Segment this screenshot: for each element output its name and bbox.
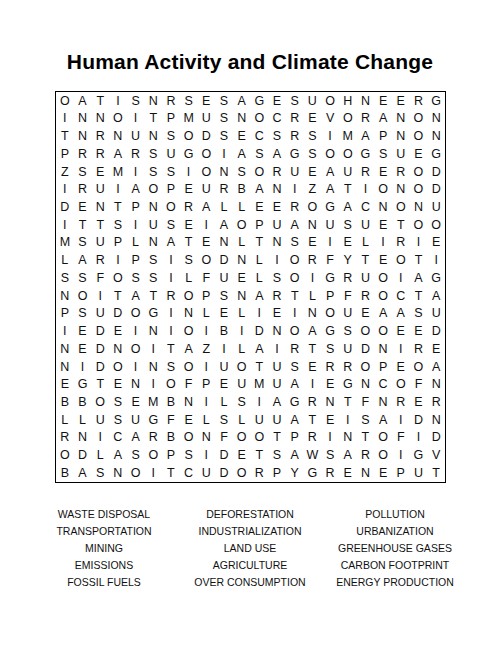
- grid-cell-r16c16: R: [321, 358, 339, 376]
- grid-cell-r21c3: L: [91, 447, 109, 465]
- grid-cell-r12c1: N: [56, 287, 74, 305]
- grid-cell-r3c6: N: [144, 127, 162, 145]
- grid-cell-r2c13: C: [268, 110, 286, 128]
- grid-cell-r16c1: N: [56, 358, 74, 376]
- grid-cell-r4c2: R: [74, 145, 92, 163]
- grid-cell-r12c12: A: [250, 287, 268, 305]
- grid-cell-r1c4: I: [109, 92, 127, 110]
- grid-cell-r7c3: N: [91, 198, 109, 216]
- grid-cell-r6c13: N: [268, 181, 286, 199]
- grid-cell-r5c12: O: [250, 163, 268, 181]
- grid-cell-r22c9: U: [197, 464, 215, 482]
- grid-cell-r3c9: D: [197, 127, 215, 145]
- grid-cell-r7c10: L: [215, 198, 233, 216]
- grid-cell-r13c21: S: [410, 305, 428, 323]
- grid-cell-r22c22: T: [427, 464, 445, 482]
- grid-cell-r13c19: A: [374, 305, 392, 323]
- grid-cell-r11c20: I: [392, 269, 410, 287]
- grid-cell-r19c4: S: [109, 411, 127, 429]
- grid-cell-r11c15: I: [304, 269, 322, 287]
- grid-cell-r21c18: R: [357, 447, 375, 465]
- grid-cell-r14c20: E: [392, 322, 410, 340]
- grid-cell-r10c10: D: [215, 252, 233, 270]
- grid-cell-r21c5: S: [127, 447, 145, 465]
- grid-cell-r13c8: N: [180, 305, 198, 323]
- grid-cell-r4c7: U: [162, 145, 180, 163]
- grid-cell-r1c18: N: [357, 92, 375, 110]
- word-item: GREENHOUSE GASES: [305, 540, 485, 557]
- grid-cell-r9c5: L: [127, 234, 145, 252]
- grid-cell-r3c3: R: [91, 127, 109, 145]
- grid-cell-r1c5: S: [127, 92, 145, 110]
- grid-cell-r12c18: R: [357, 287, 375, 305]
- grid-cell-r8c3: T: [91, 216, 109, 234]
- grid-cell-r13c17: U: [339, 305, 357, 323]
- grid-cell-r8c13: U: [268, 216, 286, 234]
- grid-cell-r21c15: W: [304, 447, 322, 465]
- grid-cell-r16c14: S: [286, 358, 304, 376]
- grid-cell-r10c18: T: [357, 252, 375, 270]
- grid-cell-r8c20: T: [392, 216, 410, 234]
- word-item: CARBON FOOTPRINT: [305, 557, 485, 574]
- grid-cell-r5c22: D: [427, 163, 445, 181]
- grid-cell-r21c22: V: [427, 447, 445, 465]
- grid-cell-r19c3: U: [91, 411, 109, 429]
- grid-cell-r8c1: I: [56, 216, 74, 234]
- grid-cell-r22c4: N: [109, 464, 127, 482]
- grid-cell-r13c22: U: [427, 305, 445, 323]
- grid-cell-r14c11: I: [233, 322, 251, 340]
- grid-cell-r4c21: E: [410, 145, 428, 163]
- grid-cell-r12c3: I: [91, 287, 109, 305]
- grid-cell-r16c7: S: [162, 358, 180, 376]
- grid-cell-r20c17: N: [339, 429, 357, 447]
- grid-cell-r20c14: P: [286, 429, 304, 447]
- grid-cell-r11c5: S: [127, 269, 145, 287]
- grid-cell-r4c11: A: [233, 145, 251, 163]
- grid-cell-r11c4: O: [109, 269, 127, 287]
- grid-cell-r13c11: L: [233, 305, 251, 323]
- grid-cell-r10c22: I: [427, 252, 445, 270]
- grid-cell-r22c20: P: [392, 464, 410, 482]
- grid-cell-r21c20: I: [392, 447, 410, 465]
- grid-cell-r4c12: S: [250, 145, 268, 163]
- grid-cell-r22c16: R: [321, 464, 339, 482]
- grid-cell-r4c9: O: [197, 145, 215, 163]
- grid-cell-r1c16: O: [321, 92, 339, 110]
- grid-cell-r4c3: R: [91, 145, 109, 163]
- grid-cell-r4c19: S: [374, 145, 392, 163]
- grid-cell-r8c16: U: [321, 216, 339, 234]
- grid-cell-r11c6: S: [144, 269, 162, 287]
- grid-cell-r13c18: E: [357, 305, 375, 323]
- grid-cell-r13c15: N: [304, 305, 322, 323]
- grid-cell-r22c11: O: [233, 464, 251, 482]
- grid-cell-r3c18: A: [357, 127, 375, 145]
- grid-cell-r18c10: L: [215, 393, 233, 411]
- grid-cell-r19c22: N: [427, 411, 445, 429]
- grid-cell-r3c16: I: [321, 127, 339, 145]
- grid-cell-r15c8: A: [180, 340, 198, 358]
- grid-cell-r9c22: E: [427, 234, 445, 252]
- grid-cell-r4c18: G: [357, 145, 375, 163]
- grid-cell-r6c10: R: [215, 181, 233, 199]
- grid-cell-r5c11: S: [233, 163, 251, 181]
- grid-cell-r10c15: R: [304, 252, 322, 270]
- grid-cell-r16c6: N: [144, 358, 162, 376]
- grid-cell-r1c3: T: [91, 92, 109, 110]
- grid-cell-r2c17: O: [339, 110, 357, 128]
- grid-cell-r5c4: M: [109, 163, 127, 181]
- grid-cell-r18c22: R: [427, 393, 445, 411]
- grid-cell-r1c7: R: [162, 92, 180, 110]
- grid-cell-r19c16: E: [321, 411, 339, 429]
- grid-cell-r19c1: L: [56, 411, 74, 429]
- grid-cell-r10c5: P: [127, 252, 145, 270]
- grid-cell-r15c4: N: [109, 340, 127, 358]
- grid-cell-r16c5: I: [127, 358, 145, 376]
- grid-cell-r4c14: G: [286, 145, 304, 163]
- grid-cell-r18c13: A: [268, 393, 286, 411]
- grid-cell-r20c20: F: [392, 429, 410, 447]
- grid-cell-r1c22: G: [427, 92, 445, 110]
- grid-cell-r5c13: R: [268, 163, 286, 181]
- grid-cell-r19c19: A: [374, 411, 392, 429]
- grid-cell-r11c8: L: [180, 269, 198, 287]
- grid-cell-r12c15: L: [304, 287, 322, 305]
- grid-cell-r1c2: A: [74, 92, 92, 110]
- grid-cell-r9c4: P: [109, 234, 127, 252]
- grid-cell-r7c7: O: [162, 198, 180, 216]
- grid-cell-r19c15: T: [304, 411, 322, 429]
- grid-cell-r21c13: S: [268, 447, 286, 465]
- grid-cell-r2c20: N: [392, 110, 410, 128]
- grid-cell-r17c5: N: [127, 376, 145, 394]
- grid-cell-r12c21: T: [410, 287, 428, 305]
- grid-cell-r11c22: G: [427, 269, 445, 287]
- grid-cell-r22c6: I: [144, 464, 162, 482]
- grid-cell-r14c3: D: [91, 322, 109, 340]
- grid-cell-r22c15: G: [304, 464, 322, 482]
- grid-cell-r12c16: P: [321, 287, 339, 305]
- grid-cell-r20c18: T: [357, 429, 375, 447]
- grid-cell-r20c7: B: [162, 429, 180, 447]
- grid-cell-r2c10: S: [215, 110, 233, 128]
- grid-cell-r22c14: Y: [286, 464, 304, 482]
- grid-cell-r13c20: A: [392, 305, 410, 323]
- grid-cell-r10c19: E: [374, 252, 392, 270]
- grid-cell-r12c20: C: [392, 287, 410, 305]
- grid-cell-r12c5: A: [127, 287, 145, 305]
- grid-cell-r13c6: G: [144, 305, 162, 323]
- grid-cell-r20c9: N: [197, 429, 215, 447]
- grid-cell-r2c8: M: [180, 110, 198, 128]
- grid-cell-r15c22: E: [427, 340, 445, 358]
- grid-cell-r13c14: I: [286, 305, 304, 323]
- grid-cell-r13c4: D: [109, 305, 127, 323]
- grid-cell-r10c14: O: [286, 252, 304, 270]
- grid-cell-r2c16: V: [321, 110, 339, 128]
- grid-cell-r8c14: A: [286, 216, 304, 234]
- grid-cell-r20c16: I: [321, 429, 339, 447]
- grid-cell-r18c19: N: [374, 393, 392, 411]
- grid-cell-r4c4: A: [109, 145, 127, 163]
- grid-cell-r17c20: O: [392, 376, 410, 394]
- grid-cell-r3c20: N: [392, 127, 410, 145]
- grid-cell-r8c2: T: [74, 216, 92, 234]
- grid-cell-r7c19: N: [374, 198, 392, 216]
- grid-cell-r18c9: I: [197, 393, 215, 411]
- grid-cell-r15c15: T: [304, 340, 322, 358]
- grid-cell-r10c3: R: [91, 252, 109, 270]
- grid-cell-r1c21: R: [410, 92, 428, 110]
- grid-cell-r2c21: O: [410, 110, 428, 128]
- grid-cell-r14c1: I: [56, 322, 74, 340]
- grid-cell-r1c11: A: [233, 92, 251, 110]
- grid-cell-r19c20: I: [392, 411, 410, 429]
- grid-cell-r20c1: R: [56, 429, 74, 447]
- grid-cell-r12c11: N: [233, 287, 251, 305]
- grid-cell-r9c7: A: [162, 234, 180, 252]
- grid-cell-r4c15: S: [304, 145, 322, 163]
- grid-cell-r19c21: D: [410, 411, 428, 429]
- grid-cell-r3c7: S: [162, 127, 180, 145]
- grid-cell-r22c21: U: [410, 464, 428, 482]
- grid-cell-r18c18: F: [357, 393, 375, 411]
- grid-cell-r4c8: G: [180, 145, 198, 163]
- grid-cell-r2c4: O: [109, 110, 127, 128]
- word-item: POLLUTION: [305, 506, 485, 523]
- grid-cell-r20c21: I: [410, 429, 428, 447]
- puzzle-title: Human Activity and Climate Change: [0, 50, 500, 74]
- grid-cell-r19c8: E: [180, 411, 198, 429]
- grid-cell-r20c19: O: [374, 429, 392, 447]
- grid-cell-r22c17: E: [339, 464, 357, 482]
- grid-cell-r8c11: O: [233, 216, 251, 234]
- grid-cell-r9c21: I: [410, 234, 428, 252]
- grid-cell-r4c17: O: [339, 145, 357, 163]
- grid-cell-r6c8: E: [180, 181, 198, 199]
- grid-cell-r5c10: N: [215, 163, 233, 181]
- grid-cell-r12c22: A: [427, 287, 445, 305]
- grid-cell-r14c14: O: [286, 322, 304, 340]
- grid-cell-r21c7: P: [162, 447, 180, 465]
- grid-cell-r21c4: A: [109, 447, 127, 465]
- grid-cell-r3c15: S: [304, 127, 322, 145]
- grid-cell-r16c15: E: [304, 358, 322, 376]
- grid-cell-r4c5: R: [127, 145, 145, 163]
- grid-cell-r17c16: E: [321, 376, 339, 394]
- grid-cell-r16c8: O: [180, 358, 198, 376]
- grid-cell-r8c12: P: [250, 216, 268, 234]
- grid-cell-r17c2: G: [74, 376, 92, 394]
- grid-cell-r19c5: U: [127, 411, 145, 429]
- grid-cell-r14c19: O: [374, 322, 392, 340]
- grid-cell-r2c3: N: [91, 110, 109, 128]
- grid-cell-r17c9: P: [197, 376, 215, 394]
- grid-cell-r19c9: L: [197, 411, 215, 429]
- grid-cell-r16c19: P: [374, 358, 392, 376]
- grid-cell-r19c7: F: [162, 411, 180, 429]
- grid-cell-r18c14: G: [286, 393, 304, 411]
- grid-cell-r16c20: E: [392, 358, 410, 376]
- grid-cell-r18c6: M: [144, 393, 162, 411]
- grid-cell-r22c19: E: [374, 464, 392, 482]
- grid-cell-r21c12: T: [250, 447, 268, 465]
- grid-cell-r5c15: E: [304, 163, 322, 181]
- grid-cell-r3c14: R: [286, 127, 304, 145]
- grid-cell-r22c8: C: [180, 464, 198, 482]
- grid-cell-r18c11: S: [233, 393, 251, 411]
- grid-cell-r17c11: U: [233, 376, 251, 394]
- grid-cell-r21c14: A: [286, 447, 304, 465]
- grid-cell-r5c14: U: [286, 163, 304, 181]
- grid-cell-r22c12: R: [250, 464, 268, 482]
- grid-cell-r11c18: U: [357, 269, 375, 287]
- grid-cell-r9c11: L: [233, 234, 251, 252]
- grid-cell-r17c14: A: [286, 376, 304, 394]
- grid-cell-r8c18: U: [357, 216, 375, 234]
- grid-cell-r22c7: T: [162, 464, 180, 482]
- grid-cell-r17c3: T: [91, 376, 109, 394]
- grid-cell-r19c6: G: [144, 411, 162, 429]
- grid-cell-r3c2: N: [74, 127, 92, 145]
- grid-cell-r1c20: E: [392, 92, 410, 110]
- grid-cell-r3c22: N: [427, 127, 445, 145]
- grid-cell-r2c22: N: [427, 110, 445, 128]
- grid-cell-r6c6: O: [144, 181, 162, 199]
- grid-cell-r22c10: D: [215, 464, 233, 482]
- grid-cell-r6c17: T: [339, 181, 357, 199]
- grid-cell-r12c9: P: [197, 287, 215, 305]
- grid-cell-r8c15: N: [304, 216, 322, 234]
- grid-cell-r8c4: S: [109, 216, 127, 234]
- grid-cell-r9c12: T: [250, 234, 268, 252]
- grid-cell-r18c3: O: [91, 393, 109, 411]
- grid-cell-r11c9: F: [197, 269, 215, 287]
- grid-cell-r18c5: E: [127, 393, 145, 411]
- grid-cell-r11c13: S: [268, 269, 286, 287]
- grid-cell-r10c16: F: [321, 252, 339, 270]
- grid-cell-r5c21: O: [410, 163, 428, 181]
- grid-cell-r8c21: O: [410, 216, 428, 234]
- grid-cell-r21c19: O: [374, 447, 392, 465]
- grid-cell-r20c15: R: [304, 429, 322, 447]
- grid-cell-r17c19: C: [374, 376, 392, 394]
- grid-cell-r22c3: S: [91, 464, 109, 482]
- grid-cell-r10c4: I: [109, 252, 127, 270]
- grid-cell-r2c14: R: [286, 110, 304, 128]
- grid-cell-r9c15: E: [304, 234, 322, 252]
- grid-cell-r10c2: A: [74, 252, 92, 270]
- grid-cell-r5c8: I: [180, 163, 198, 181]
- grid-cell-r9c2: S: [74, 234, 92, 252]
- grid-cell-r11c12: L: [250, 269, 268, 287]
- grid-cell-r19c14: A: [286, 411, 304, 429]
- grid-cell-r4c13: A: [268, 145, 286, 163]
- grid-cell-r18c2: B: [74, 393, 92, 411]
- grid-cell-r1c15: U: [304, 92, 322, 110]
- grid-cell-r19c12: U: [250, 411, 268, 429]
- grid-cell-r17c12: M: [250, 376, 268, 394]
- grid-cell-r9c3: U: [91, 234, 109, 252]
- grid-cell-r5c19: E: [374, 163, 392, 181]
- grid-cell-r17c1: E: [56, 376, 74, 394]
- grid-cell-r19c10: S: [215, 411, 233, 429]
- grid-cell-r6c7: P: [162, 181, 180, 199]
- grid-cell-r9c20: R: [392, 234, 410, 252]
- grid-cell-r12c19: O: [374, 287, 392, 305]
- grid-cell-r7c6: N: [144, 198, 162, 216]
- word-list: WASTE DISPOSALTRANSPORTATIONMININGEMISSI…: [0, 506, 500, 596]
- grid-cell-r1c8: S: [180, 92, 198, 110]
- word-list-column-3: POLLUTIONURBANIZATIONGREENHOUSE GASESCAR…: [305, 506, 485, 591]
- grid-cell-r8c7: S: [162, 216, 180, 234]
- grid-cell-r5c18: R: [357, 163, 375, 181]
- grid-cell-r1c6: N: [144, 92, 162, 110]
- grid-cell-r20c5: A: [127, 429, 145, 447]
- grid-cell-r2c6: T: [144, 110, 162, 128]
- grid-cell-r1c1: O: [56, 92, 74, 110]
- grid-cell-r11c10: U: [215, 269, 233, 287]
- grid-cell-r11c2: S: [74, 269, 92, 287]
- grid-cell-r2c11: N: [233, 110, 251, 128]
- grid-cell-r6c2: R: [74, 181, 92, 199]
- grid-cell-r18c21: E: [410, 393, 428, 411]
- grid-cell-r3c17: M: [339, 127, 357, 145]
- grid-cell-r7c21: N: [410, 198, 428, 216]
- grid-cell-r8c17: S: [339, 216, 357, 234]
- grid-cell-r16c12: T: [250, 358, 268, 376]
- grid-cell-r10c6: S: [144, 252, 162, 270]
- grid-cell-r18c4: S: [109, 393, 127, 411]
- grid-cell-r20c8: O: [180, 429, 198, 447]
- grid-cell-r21c8: S: [180, 447, 198, 465]
- grid-cell-r9c9: E: [197, 234, 215, 252]
- grid-cell-r7c5: P: [127, 198, 145, 216]
- grid-cell-r22c2: A: [74, 464, 92, 482]
- grid-cell-r6c14: I: [286, 181, 304, 199]
- grid-cell-r4c10: I: [215, 145, 233, 163]
- grid-cell-r14c21: E: [410, 322, 428, 340]
- grid-cell-r16c22: A: [427, 358, 445, 376]
- grid-cell-r21c6: O: [144, 447, 162, 465]
- grid-cell-r17c18: N: [357, 376, 375, 394]
- grid-cell-r9c17: E: [339, 234, 357, 252]
- grid-cell-r13c12: I: [250, 305, 268, 323]
- grid-cell-r11c19: O: [374, 269, 392, 287]
- grid-cell-r6c11: B: [233, 181, 251, 199]
- grid-cell-r15c2: E: [74, 340, 92, 358]
- grid-cell-r14c5: I: [127, 322, 145, 340]
- grid-cell-r7c17: A: [339, 198, 357, 216]
- grid-cell-r9c13: N: [268, 234, 286, 252]
- grid-cell-r9c6: N: [144, 234, 162, 252]
- grid-cell-r11c3: F: [91, 269, 109, 287]
- grid-cell-r21c16: S: [321, 447, 339, 465]
- grid-cell-r20c4: C: [109, 429, 127, 447]
- grid-cell-r3c8: O: [180, 127, 198, 145]
- grid-cell-r7c20: O: [392, 198, 410, 216]
- grid-cell-r14c16: G: [321, 322, 339, 340]
- grid-cell-r2c18: R: [357, 110, 375, 128]
- grid-cell-r5c5: I: [127, 163, 145, 181]
- grid-cell-r18c12: I: [250, 393, 268, 411]
- grid-cell-r10c17: Y: [339, 252, 357, 270]
- grid-cell-r9c16: I: [321, 234, 339, 252]
- grid-cell-r2c7: P: [162, 110, 180, 128]
- grid-cell-r15c3: D: [91, 340, 109, 358]
